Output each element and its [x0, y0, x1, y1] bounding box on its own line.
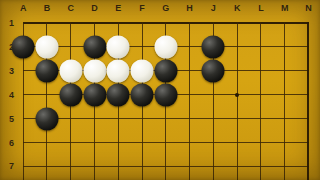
stone-black-J3[interactable]: [202, 59, 225, 82]
grid-line-col-L: [260, 22, 261, 180]
stone-white-F3[interactable]: [131, 59, 154, 82]
col-label-K: K: [234, 3, 241, 13]
stone-black-B3[interactable]: [35, 59, 58, 82]
col-label-D: D: [91, 3, 98, 13]
row-label-7: 7: [9, 161, 14, 171]
stone-black-D4[interactable]: [83, 83, 106, 106]
col-label-N: N: [305, 3, 312, 13]
stone-black-D2[interactable]: [83, 35, 106, 58]
stone-white-E2[interactable]: [107, 35, 130, 58]
stone-black-G3[interactable]: [154, 59, 177, 82]
col-label-A: A: [20, 3, 27, 13]
stone-black-G4[interactable]: [154, 83, 177, 106]
stone-white-D3[interactable]: [83, 59, 106, 82]
row-label-3: 3: [9, 66, 14, 76]
stone-white-B2[interactable]: [35, 35, 58, 58]
stone-white-E3[interactable]: [107, 59, 130, 82]
row-label-5: 5: [9, 114, 14, 124]
stone-black-C4[interactable]: [59, 83, 82, 106]
go-board-screenshot: ABCDEFGHJKLMN1234567: [0, 0, 320, 180]
col-label-H: H: [186, 3, 193, 13]
col-label-G: G: [162, 3, 169, 13]
stone-black-B5[interactable]: [35, 107, 58, 130]
grid-line-col-H: [189, 22, 190, 180]
stone-white-G2[interactable]: [154, 35, 177, 58]
stone-black-F4[interactable]: [131, 83, 154, 106]
col-label-B: B: [44, 3, 51, 13]
col-label-M: M: [281, 3, 289, 13]
row-label-6: 6: [9, 138, 14, 148]
col-label-E: E: [115, 3, 121, 13]
stone-black-E4[interactable]: [107, 83, 130, 106]
row-label-1: 1: [9, 18, 14, 28]
grid-line-col-N: [307, 22, 309, 180]
col-label-L: L: [258, 3, 264, 13]
col-label-F: F: [139, 3, 145, 13]
col-label-J: J: [211, 3, 216, 13]
stone-black-A2[interactable]: [12, 35, 35, 58]
row-label-4: 4: [9, 90, 14, 100]
grid-line-col-M: [284, 22, 285, 180]
stone-white-C3[interactable]: [59, 59, 82, 82]
col-label-C: C: [67, 3, 74, 13]
stone-black-J2[interactable]: [202, 35, 225, 58]
star-point-K4: [235, 93, 239, 97]
grid-line-col-K: [237, 22, 238, 180]
